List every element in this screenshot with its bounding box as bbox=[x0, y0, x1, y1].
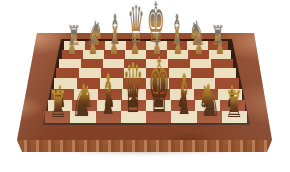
square-f5 bbox=[169, 68, 192, 78]
square-b3 bbox=[74, 89, 98, 100]
chess-set-product-photo: Product photo of a luxury chess set in t… bbox=[0, 0, 290, 172]
silver-bishop-piece: ♝ bbox=[108, 8, 122, 50]
square-d5 bbox=[124, 68, 147, 78]
silver-bishop-piece: ♝ bbox=[170, 8, 184, 50]
square-a7: ♟ bbox=[62, 50, 83, 59]
square-e3 bbox=[146, 89, 170, 100]
square-c8: ♝ bbox=[105, 41, 126, 50]
silver-rook-piece: ♜ bbox=[211, 22, 225, 49]
board-rank-3 bbox=[51, 89, 242, 100]
square-g3 bbox=[194, 89, 218, 100]
square-c7: ♟ bbox=[104, 50, 125, 59]
board-rank-7: ♟♟♟♟♟♟♟♟ bbox=[62, 50, 231, 59]
square-a5 bbox=[56, 68, 79, 78]
square-g2: ♟ bbox=[195, 100, 220, 112]
board-rank-2: ♟♟♟♟♟♟♟♟ bbox=[48, 100, 245, 112]
square-g1: ♞ bbox=[197, 111, 222, 123]
square-g5 bbox=[191, 68, 214, 78]
square-d2: ♟ bbox=[121, 100, 146, 112]
square-b6 bbox=[81, 59, 103, 69]
square-b2: ♟ bbox=[72, 100, 97, 112]
silver-knight-piece: ♞ bbox=[86, 16, 104, 50]
square-g8: ♞ bbox=[187, 41, 208, 50]
square-d8: ♛ bbox=[126, 41, 147, 50]
square-h1: ♜ bbox=[222, 111, 247, 123]
square-e5 bbox=[146, 68, 169, 78]
square-c2: ♟ bbox=[97, 100, 122, 112]
silver-rook-piece: ♜ bbox=[67, 22, 81, 49]
square-f6 bbox=[168, 59, 190, 69]
square-h8: ♜ bbox=[208, 41, 229, 50]
square-a8: ♜ bbox=[64, 41, 85, 50]
board-rank-6 bbox=[59, 59, 233, 69]
square-d1: ♛ bbox=[121, 111, 146, 123]
square-d4 bbox=[123, 78, 146, 89]
square-g4 bbox=[192, 78, 215, 89]
square-b4 bbox=[77, 78, 100, 89]
square-a4 bbox=[54, 78, 77, 89]
square-h6 bbox=[211, 59, 233, 69]
square-f2: ♟ bbox=[171, 100, 196, 112]
silver-knight-piece: ♞ bbox=[188, 16, 206, 50]
square-h2: ♟ bbox=[220, 100, 245, 112]
square-h3 bbox=[218, 89, 242, 100]
square-d7: ♟ bbox=[125, 50, 146, 59]
square-b8: ♞ bbox=[85, 41, 106, 50]
square-f1: ♝ bbox=[171, 111, 196, 123]
square-f7: ♟ bbox=[167, 50, 188, 59]
silver-king-piece: ♚ bbox=[147, 0, 165, 50]
square-f8: ♝ bbox=[167, 41, 188, 50]
board-rank-1: ♜♞♝♛♚♝♞♜ bbox=[45, 111, 247, 123]
square-b5 bbox=[79, 68, 102, 78]
silver-queen-piece: ♛ bbox=[127, 0, 144, 50]
board-rank-5 bbox=[56, 68, 236, 78]
square-e8: ♚ bbox=[146, 41, 167, 50]
square-a2: ♟ bbox=[48, 100, 73, 112]
square-e4 bbox=[146, 78, 169, 89]
square-h4 bbox=[215, 78, 238, 89]
square-c1: ♝ bbox=[96, 111, 121, 123]
square-c3 bbox=[98, 89, 122, 100]
square-g6 bbox=[190, 59, 212, 69]
square-a6 bbox=[59, 59, 81, 69]
square-f3 bbox=[170, 89, 194, 100]
square-a1: ♜ bbox=[45, 111, 70, 123]
square-e1: ♚ bbox=[146, 111, 171, 123]
board-rank-4 bbox=[54, 78, 239, 89]
square-d3 bbox=[122, 89, 146, 100]
square-b1: ♞ bbox=[70, 111, 95, 123]
square-b7: ♟ bbox=[83, 50, 104, 59]
square-e7: ♟ bbox=[146, 50, 167, 59]
square-h5 bbox=[214, 68, 237, 78]
square-c6 bbox=[103, 59, 125, 69]
square-e2: ♟ bbox=[146, 100, 171, 112]
square-a3 bbox=[51, 89, 75, 100]
square-e6 bbox=[146, 59, 168, 69]
square-d6 bbox=[124, 59, 146, 69]
square-c5 bbox=[101, 68, 124, 78]
square-f4 bbox=[169, 78, 192, 89]
square-g7: ♟ bbox=[188, 50, 209, 59]
chess-board: ♜♞♝♛♚♝♞♜♟♟♟♟♟♟♟♟♟♟♟♟♟♟♟♟♜♞♝♛♚♝♞♜ bbox=[0, 0, 290, 172]
square-c4 bbox=[100, 78, 123, 89]
board-rank-8: ♜♞♝♛♚♝♞♜ bbox=[64, 41, 228, 50]
square-h7: ♟ bbox=[209, 50, 230, 59]
